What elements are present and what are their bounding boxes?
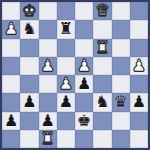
square-f8[interactable]: ♛ <box>93 2 111 20</box>
piece-black-knight[interactable]: ♞ <box>95 94 109 110</box>
square-b7[interactable]: ♞ <box>20 20 38 38</box>
square-a6[interactable] <box>2 39 20 57</box>
square-h4[interactable] <box>130 75 148 93</box>
square-f3[interactable]: ♞ <box>93 93 111 111</box>
square-b2[interactable] <box>20 112 38 130</box>
square-c5[interactable]: ♟ <box>39 57 57 75</box>
square-a7[interactable]: ♟ <box>2 20 20 38</box>
square-b6[interactable] <box>20 39 38 57</box>
square-c4[interactable] <box>39 75 57 93</box>
piece-white-pawn[interactable]: ♟ <box>59 76 73 92</box>
square-c2[interactable]: ♟ <box>39 112 57 130</box>
square-a8[interactable] <box>2 2 20 20</box>
piece-white-king[interactable]: ♚ <box>22 3 36 19</box>
square-e8[interactable] <box>75 2 93 20</box>
square-d5[interactable] <box>57 57 75 75</box>
square-a2[interactable]: ♟ <box>2 112 20 130</box>
square-c6[interactable] <box>39 39 57 57</box>
square-e3[interactable] <box>75 93 93 111</box>
square-c8[interactable] <box>39 2 57 20</box>
square-e4[interactable]: ♟ <box>75 75 93 93</box>
piece-black-pawn[interactable]: ♟ <box>59 94 73 110</box>
square-g5[interactable] <box>112 57 130 75</box>
square-h2[interactable] <box>130 112 148 130</box>
chess-board: ♚♛♟♞♜♜♟♟♟♟♟♟♟♞♛♟♟♟♚♜ <box>0 0 150 150</box>
square-g4[interactable] <box>112 75 130 93</box>
square-c3[interactable] <box>39 93 57 111</box>
piece-white-rook[interactable]: ♜ <box>40 131 54 147</box>
square-f4[interactable] <box>93 75 111 93</box>
square-d2[interactable] <box>57 112 75 130</box>
square-c1[interactable]: ♜ <box>39 130 57 148</box>
piece-black-pawn[interactable]: ♟ <box>4 113 18 129</box>
square-g3[interactable]: ♛ <box>112 93 130 111</box>
square-f6[interactable]: ♜ <box>93 39 111 57</box>
square-b8[interactable]: ♚ <box>20 2 38 20</box>
square-d4[interactable]: ♟ <box>57 75 75 93</box>
piece-black-pawn[interactable]: ♟ <box>132 94 146 110</box>
piece-black-pawn[interactable]: ♟ <box>40 113 54 129</box>
piece-black-pawn[interactable]: ♟ <box>22 94 36 110</box>
square-a4[interactable] <box>2 75 20 93</box>
square-b5[interactable] <box>20 57 38 75</box>
square-e6[interactable] <box>75 39 93 57</box>
square-b3[interactable]: ♟ <box>20 93 38 111</box>
square-h7[interactable] <box>130 20 148 38</box>
square-a1[interactable] <box>2 130 20 148</box>
square-f1[interactable] <box>93 130 111 148</box>
square-e7[interactable] <box>75 20 93 38</box>
square-a3[interactable] <box>2 93 20 111</box>
piece-black-pawn[interactable]: ♟ <box>77 76 91 92</box>
square-f2[interactable] <box>93 112 111 130</box>
square-e2[interactable]: ♚ <box>75 112 93 130</box>
square-g7[interactable] <box>112 20 130 38</box>
square-e5[interactable]: ♟ <box>75 57 93 75</box>
piece-white-pawn[interactable]: ♟ <box>4 21 18 37</box>
square-d3[interactable]: ♟ <box>57 93 75 111</box>
square-g6[interactable] <box>112 39 130 57</box>
square-b4[interactable] <box>20 75 38 93</box>
piece-black-king[interactable]: ♚ <box>77 113 91 129</box>
square-h5[interactable]: ♟ <box>130 57 148 75</box>
piece-white-rook[interactable]: ♜ <box>95 40 109 56</box>
square-h6[interactable] <box>130 39 148 57</box>
square-g2[interactable] <box>112 112 130 130</box>
piece-black-queen[interactable]: ♛ <box>113 94 127 110</box>
square-e1[interactable] <box>75 130 93 148</box>
square-d8[interactable] <box>57 2 75 20</box>
square-f5[interactable] <box>93 57 111 75</box>
square-d6[interactable] <box>57 39 75 57</box>
piece-black-rook[interactable]: ♜ <box>59 21 73 37</box>
square-g1[interactable] <box>112 130 130 148</box>
piece-black-knight[interactable]: ♞ <box>22 21 36 37</box>
square-d7[interactable]: ♜ <box>57 20 75 38</box>
square-c7[interactable] <box>39 20 57 38</box>
square-a5[interactable] <box>2 57 20 75</box>
piece-white-pawn[interactable]: ♟ <box>40 58 54 74</box>
piece-white-queen[interactable]: ♛ <box>95 3 109 19</box>
square-h3[interactable]: ♟ <box>130 93 148 111</box>
square-f7[interactable] <box>93 20 111 38</box>
square-b1[interactable] <box>20 130 38 148</box>
square-h8[interactable] <box>130 2 148 20</box>
square-h1[interactable] <box>130 130 148 148</box>
piece-white-pawn[interactable]: ♟ <box>132 58 146 74</box>
square-g8[interactable] <box>112 2 130 20</box>
square-d1[interactable] <box>57 130 75 148</box>
piece-white-pawn[interactable]: ♟ <box>77 58 91 74</box>
